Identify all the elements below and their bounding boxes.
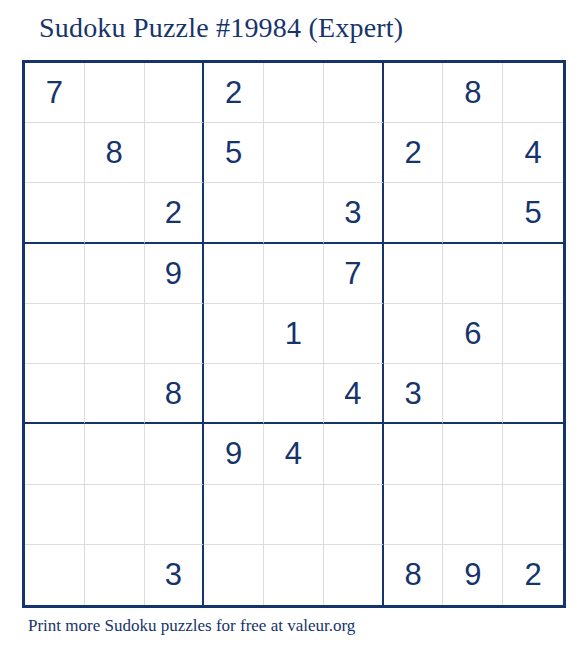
cell-r1c5	[264, 63, 324, 123]
cell-r2c1	[25, 123, 85, 183]
cell-r7c5: 4	[264, 424, 324, 484]
cell-r7c4: 9	[204, 424, 264, 484]
cell-r9c8: 9	[443, 545, 503, 605]
cell-r2c4: 5	[204, 123, 264, 183]
cell-r8c9	[503, 485, 563, 545]
cell-r9c4	[204, 545, 264, 605]
cell-r1c8: 8	[443, 63, 503, 123]
cell-r4c8	[443, 244, 503, 304]
sudoku-board: 72885242359716843943892	[22, 60, 566, 608]
cell-r6c1	[25, 364, 85, 424]
cell-r7c7	[384, 424, 444, 484]
cell-r3c9: 5	[503, 183, 563, 243]
cell-r6c9	[503, 364, 563, 424]
cell-r8c8	[443, 485, 503, 545]
cell-r3c8	[443, 183, 503, 243]
cell-r6c3: 8	[145, 364, 205, 424]
cell-r4c7	[384, 244, 444, 304]
cell-r3c4	[204, 183, 264, 243]
cell-r2c2: 8	[85, 123, 145, 183]
cell-r8c3	[145, 485, 205, 545]
cell-r8c2	[85, 485, 145, 545]
cell-r9c5	[264, 545, 324, 605]
cell-r6c8	[443, 364, 503, 424]
sudoku-page: Sudoku Puzzle #19984 (Expert) 7288524235…	[0, 0, 580, 651]
cell-r8c1	[25, 485, 85, 545]
cell-r3c3: 2	[145, 183, 205, 243]
cell-r5c2	[85, 304, 145, 364]
cell-r8c6	[324, 485, 384, 545]
page-title: Sudoku Puzzle #19984 (Expert)	[39, 12, 403, 44]
cell-r9c6	[324, 545, 384, 605]
cell-r5c8: 6	[443, 304, 503, 364]
cell-r4c4	[204, 244, 264, 304]
cell-r1c1: 7	[25, 63, 85, 123]
cell-r2c8	[443, 123, 503, 183]
cell-r4c9	[503, 244, 563, 304]
cell-r4c3: 9	[145, 244, 205, 304]
cell-r4c1	[25, 244, 85, 304]
cell-r3c7	[384, 183, 444, 243]
cell-r5c4	[204, 304, 264, 364]
cell-r7c6	[324, 424, 384, 484]
cell-r1c4: 2	[204, 63, 264, 123]
cell-r5c9	[503, 304, 563, 364]
cell-r2c7: 2	[384, 123, 444, 183]
cell-r3c6: 3	[324, 183, 384, 243]
cell-r1c3	[145, 63, 205, 123]
cell-r7c2	[85, 424, 145, 484]
cell-r6c7: 3	[384, 364, 444, 424]
cell-r9c7: 8	[384, 545, 444, 605]
cell-r3c5	[264, 183, 324, 243]
cell-r6c4	[204, 364, 264, 424]
cell-r9c2	[85, 545, 145, 605]
cell-r2c3	[145, 123, 205, 183]
cell-r8c5	[264, 485, 324, 545]
footer-text: Print more Sudoku puzzles for free at va…	[28, 616, 355, 636]
cell-r6c5	[264, 364, 324, 424]
cell-r7c8	[443, 424, 503, 484]
cell-r4c6: 7	[324, 244, 384, 304]
cell-r8c4	[204, 485, 264, 545]
cell-r5c7	[384, 304, 444, 364]
cell-r2c6	[324, 123, 384, 183]
cell-r1c9	[503, 63, 563, 123]
cell-r6c2	[85, 364, 145, 424]
cell-r7c3	[145, 424, 205, 484]
cell-r6c6: 4	[324, 364, 384, 424]
cell-r5c1	[25, 304, 85, 364]
cell-r9c1	[25, 545, 85, 605]
cell-r9c9: 2	[503, 545, 563, 605]
cell-r3c1	[25, 183, 85, 243]
cell-r3c2	[85, 183, 145, 243]
cell-r4c5	[264, 244, 324, 304]
cell-r7c1	[25, 424, 85, 484]
cell-r8c7	[384, 485, 444, 545]
cell-r2c9: 4	[503, 123, 563, 183]
cell-r1c2	[85, 63, 145, 123]
cell-r2c5	[264, 123, 324, 183]
cell-r7c9	[503, 424, 563, 484]
cell-r1c7	[384, 63, 444, 123]
cell-r4c2	[85, 244, 145, 304]
cell-r9c3: 3	[145, 545, 205, 605]
cell-r1c6	[324, 63, 384, 123]
cell-r5c6	[324, 304, 384, 364]
cell-r5c3	[145, 304, 205, 364]
cell-r5c5: 1	[264, 304, 324, 364]
